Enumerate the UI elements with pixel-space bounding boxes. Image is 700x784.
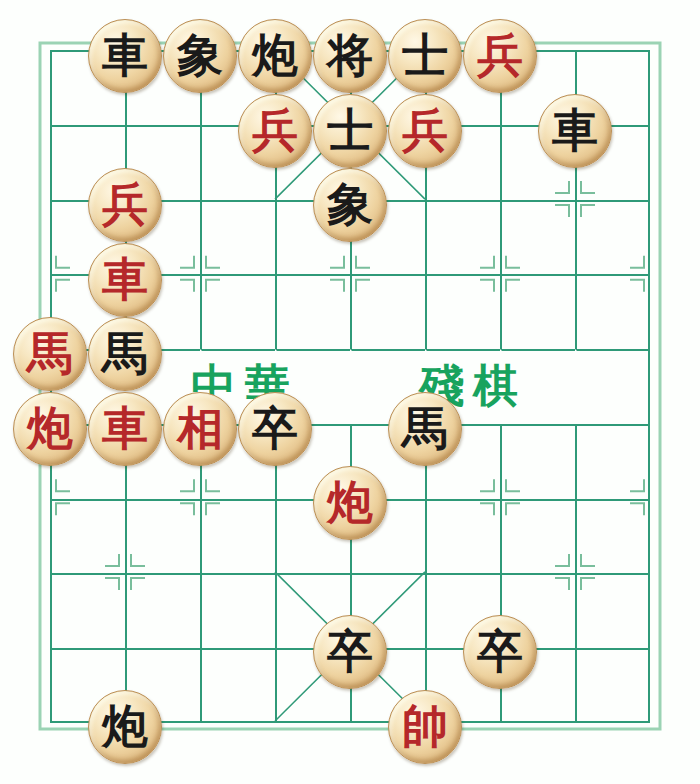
piece-black-soldier[interactable]: 卒	[238, 392, 312, 466]
piece-character: 馬	[102, 316, 148, 390]
piece-black-soldier[interactable]: 卒	[313, 615, 387, 689]
piece-red-general[interactable]: 帥	[388, 690, 462, 764]
board-cell	[125, 573, 200, 648]
piece-character: 士	[402, 18, 448, 92]
board-cell	[50, 573, 125, 648]
piece-red-horse[interactable]: 馬	[13, 317, 87, 391]
board-cell	[575, 499, 650, 574]
piece-red-elephant[interactable]: 相	[163, 392, 237, 466]
board-cell	[575, 274, 650, 349]
board-cell	[200, 200, 275, 275]
piece-black-cannon[interactable]: 炮	[238, 19, 312, 93]
piece-character: 炮	[327, 465, 373, 539]
piece-red-soldier[interactable]: 兵	[238, 94, 312, 168]
piece-character: 馬	[402, 391, 448, 465]
board-cell	[200, 648, 275, 723]
piece-red-cannon[interactable]: 炮	[13, 392, 87, 466]
piece-red-soldier[interactable]: 兵	[88, 168, 162, 242]
board-cell	[425, 499, 500, 574]
piece-black-cannon[interactable]: 炮	[88, 690, 162, 764]
piece-character: 炮	[102, 689, 148, 763]
piece-character: 兵	[102, 167, 148, 241]
piece-character: 車	[102, 242, 148, 316]
piece-black-elephant[interactable]: 象	[313, 168, 387, 242]
piece-black-general[interactable]: 将	[313, 19, 387, 93]
piece-black-horse[interactable]: 馬	[388, 392, 462, 466]
board-cell	[350, 274, 425, 349]
piece-character: 車	[102, 18, 148, 92]
piece-black-chariot[interactable]: 車	[538, 94, 612, 168]
board-cell	[500, 424, 575, 499]
piece-red-chariot[interactable]: 車	[88, 392, 162, 466]
piece-character: 相	[177, 391, 223, 465]
piece-character: 車	[102, 391, 148, 465]
board-cell	[575, 424, 650, 499]
piece-character: 兵	[477, 18, 523, 92]
piece-character: 車	[552, 93, 598, 167]
piece-character: 将	[327, 18, 373, 92]
piece-character: 炮	[252, 18, 298, 92]
piece-red-cannon[interactable]: 炮	[313, 466, 387, 540]
board-cell	[500, 200, 575, 275]
board-cell	[575, 200, 650, 275]
piece-black-soldier[interactable]: 卒	[463, 615, 537, 689]
piece-character: 帥	[402, 689, 448, 763]
piece-character: 兵	[402, 93, 448, 167]
piece-character: 卒	[252, 391, 298, 465]
board-cell	[500, 499, 575, 574]
board-cell	[575, 349, 650, 424]
piece-black-elephant[interactable]: 象	[163, 19, 237, 93]
board-cell	[125, 499, 200, 574]
piece-black-advisor[interactable]: 士	[388, 19, 462, 93]
board-cell	[200, 274, 275, 349]
piece-character: 卒	[477, 614, 523, 688]
piece-character: 象	[327, 167, 373, 241]
board-cell	[425, 274, 500, 349]
piece-character: 炮	[27, 391, 73, 465]
piece-black-horse[interactable]: 馬	[88, 317, 162, 391]
piece-character: 象	[177, 18, 223, 92]
board-cell	[50, 499, 125, 574]
piece-character: 士	[327, 93, 373, 167]
board-cell	[200, 573, 275, 648]
piece-character: 卒	[327, 614, 373, 688]
board-cell	[575, 648, 650, 723]
piece-character: 兵	[252, 93, 298, 167]
xiangqi-board: 中華 殘棋 車象炮将士兵兵士兵車兵象車馬馬炮車相卒馬炮卒卒炮帥	[0, 0, 700, 784]
board-cell	[500, 274, 575, 349]
board-cell	[275, 274, 350, 349]
board-cell	[425, 200, 500, 275]
piece-red-soldier[interactable]: 兵	[388, 94, 462, 168]
piece-black-chariot[interactable]: 車	[88, 19, 162, 93]
board-cell	[200, 499, 275, 574]
piece-black-advisor[interactable]: 士	[313, 94, 387, 168]
board-cell	[575, 573, 650, 648]
piece-character: 馬	[27, 316, 73, 390]
piece-red-chariot[interactable]: 車	[88, 243, 162, 317]
piece-red-soldier[interactable]: 兵	[463, 19, 537, 93]
